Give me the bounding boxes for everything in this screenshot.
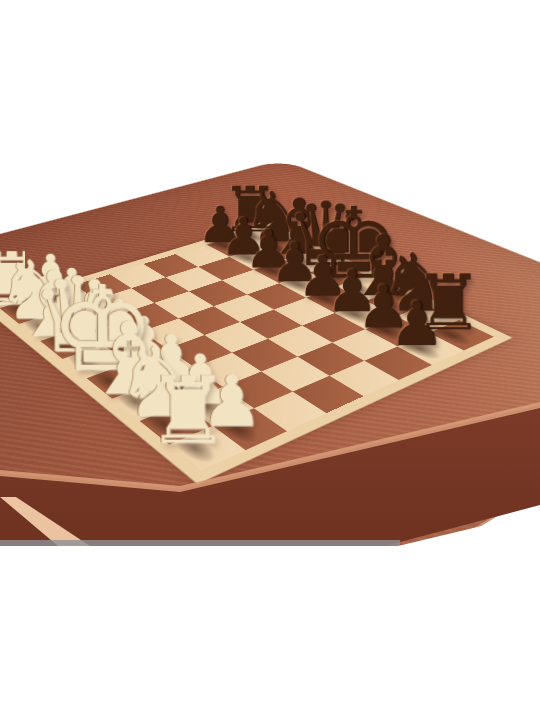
photo-frame: ♜♞♝♛♚♝♞♜♟♟♟♟♟♟♟♟♟♟♟♟♟♟♟♟♜♞♝♛♚♝♞♜ <box>0 0 540 720</box>
black-pawn[interactable]: ♟ <box>389 293 444 355</box>
scene-stage: ♜♞♝♛♚♝♞♜♟♟♟♟♟♟♟♟♟♟♟♟♟♟♟♟♜♞♝♛♚♝♞♜ <box>0 0 540 720</box>
white-rook[interactable]: ♜ <box>147 363 230 456</box>
